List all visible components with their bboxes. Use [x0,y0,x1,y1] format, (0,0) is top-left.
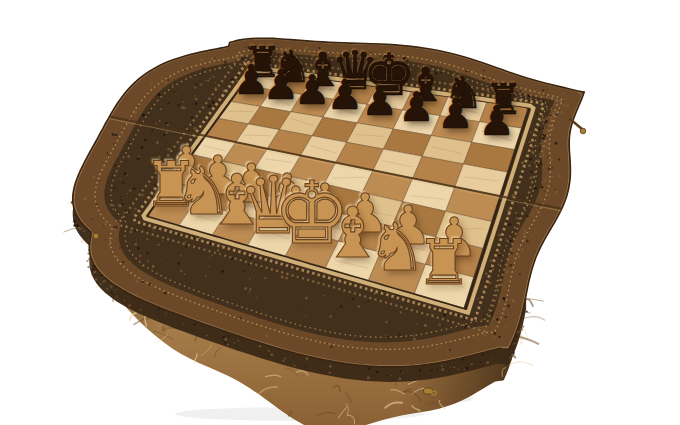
band-speckle [282,360,284,362]
frame-speckle [249,288,251,290]
frame-speckle [159,120,161,122]
frame-speckle [358,305,361,308]
band-speckle [509,357,511,359]
frame-speckle [205,275,207,277]
band-speckle [482,354,484,356]
frame-speckle [112,208,114,210]
frame-speckle [552,127,554,129]
frame-speckle [327,343,328,344]
frame-speckle [483,315,485,317]
chess-piece-black-pawn[interactable]: ♟ [327,76,363,117]
frame-speckle [541,224,542,225]
frame-speckle [214,82,216,84]
frame-speckle [555,142,558,145]
band-speckle [78,227,81,230]
chess-piece-black-pawn[interactable]: ♟ [294,70,330,111]
frame-speckle [98,174,99,175]
frame-speckle [547,89,548,90]
frame-speckle [216,72,217,73]
frame-speckle [530,131,532,133]
frame-speckle [184,107,186,109]
frame-speckle [550,158,553,161]
band-speckle [236,345,237,346]
frame-speckle [385,320,388,323]
frame-speckle [145,229,147,231]
frame-speckle [256,297,257,298]
frame-speckle [195,98,198,101]
frame-speckle [540,185,543,188]
frame-speckle [539,153,542,156]
frame-speckle [96,204,98,206]
frame-speckle [194,95,196,97]
band-speckle [399,378,402,381]
frame-speckle [166,132,168,134]
frame-speckle [542,167,544,169]
band-speckle [431,370,433,372]
chess-piece-black-pawn[interactable]: ♟ [437,94,473,135]
frame-speckle [536,209,538,211]
band-speckle [261,346,262,347]
frame-speckle [139,255,141,257]
clasp-knob[interactable] [580,128,586,134]
frame-speckle [349,344,351,346]
frame-speckle [124,172,127,175]
band-speckle [102,277,103,278]
frame-speckle [144,227,145,228]
frame-speckle [193,127,196,130]
frame-speckle [116,233,118,235]
frame-speckle [385,335,386,336]
frame-speckle [129,141,131,143]
frame-speckle [540,162,542,164]
band-speckle [387,374,389,376]
frame-speckle [552,112,554,114]
chess-piece-white-rook[interactable]: ♜ [416,232,472,295]
frame-speckle [93,176,96,179]
frame-speckle [528,100,530,102]
frame-speckle [482,289,484,291]
band-speckle [457,368,459,370]
frame-speckle [542,154,545,157]
frame-speckle [178,104,180,106]
frame-speckle [118,204,121,207]
frame-speckle [540,143,542,145]
frame-speckle [164,240,165,241]
frame-speckle [538,147,540,149]
band-speckle [228,335,230,337]
band-speckle [329,372,331,374]
frame-speckle [168,103,170,105]
frame-speckle [563,93,565,95]
frame-speckle [213,76,215,78]
frame-speckle [249,278,251,280]
frame-speckle [203,58,205,60]
frame-speckle [200,83,203,86]
band-speckle [76,224,78,226]
frame-speckle [498,299,501,302]
frame-speckle [132,117,133,118]
frame-speckle [552,176,554,178]
band-speckle [268,350,270,352]
frame-speckle [523,100,525,102]
frame-speckle [120,199,122,201]
frame-speckle [174,79,175,80]
frame-speckle [526,218,527,219]
frame-speckle [116,256,119,259]
frame-speckle [566,104,569,107]
band-speckle [73,220,76,223]
frame-speckle [114,164,116,166]
frame-speckle [476,336,477,337]
frame-speckle [550,116,553,119]
band-speckle [203,334,204,335]
frame-speckle [547,157,548,158]
frame-speckle [464,327,466,329]
frame-speckle [211,255,213,257]
chess-piece-black-pawn[interactable]: ♟ [362,82,398,123]
frame-speckle [499,255,501,257]
band-speckle [400,370,403,373]
frame-speckle [555,190,558,193]
band-speckle [450,367,451,368]
frame-speckle [442,325,443,326]
frame-speckle [121,126,123,128]
band-speckle [464,369,466,371]
frame-speckle [111,178,113,180]
frame-speckle [494,332,497,335]
frame-speckle [137,157,140,160]
band-speckle [116,289,117,290]
frame-speckle [87,195,88,196]
frame-speckle [287,335,288,336]
band-speckle [491,358,492,359]
frame-speckle [550,151,551,152]
band-speckle [471,363,473,365]
frame-speckle [161,77,163,79]
band-speckle [141,308,142,309]
band-speckle [82,228,83,229]
frame-speckle [493,337,495,339]
frame-speckle [209,257,210,258]
frame-speckle [281,275,284,278]
band-speckle [513,343,515,345]
frame-speckle [477,297,479,299]
frame-speckle [498,234,501,237]
chess-piece-black-pawn[interactable]: ♟ [398,88,434,129]
chess-piece-black-pawn[interactable]: ♟ [478,101,514,142]
frame-speckle [137,247,140,250]
frame-speckle [194,86,197,89]
band-speckle [270,353,273,356]
band-speckle [93,270,96,273]
frame-speckle [329,315,332,318]
frame-speckle [167,124,169,126]
frame-speckle [114,187,116,189]
frame-speckle [84,197,87,200]
frame-speckle [440,326,441,327]
frame-speckle [538,127,541,130]
frame-speckle [145,284,146,285]
frame-speckle [107,152,109,154]
frame-speckle [185,246,187,248]
band-speckle [106,288,108,290]
frame-speckle [144,138,147,141]
frame-speckle [491,314,493,316]
carving-stroke [521,317,544,320]
band-speckle [259,345,261,347]
frame-speckle [115,219,118,222]
frame-speckle [103,225,104,226]
frame-speckle [507,305,510,308]
band-speckle [95,274,97,276]
frame-speckle [185,241,187,243]
frame-speckle [532,213,534,215]
band-speckle [436,369,438,371]
frame-speckle [532,136,533,137]
frame-speckle [503,263,505,265]
band-speckle [224,338,227,341]
frame-speckle [545,120,548,123]
frame-speckle [184,273,186,275]
band-speckle [83,230,85,232]
frame-speckle [544,203,546,205]
frame-speckle [130,261,132,263]
frame-speckle [528,144,529,145]
frame-speckle [515,212,517,214]
frame-speckle [194,102,197,105]
frame-speckle [530,215,531,216]
frame-speckle [488,281,491,284]
frame-speckle [521,248,524,251]
frame-speckle [150,84,151,85]
band-speckle [526,310,528,312]
frame-speckle [531,235,533,237]
band-speckle [354,375,356,377]
band-speckle [110,285,112,287]
frame-speckle [115,172,116,173]
frame-speckle [205,80,207,82]
frame-speckle [398,333,401,336]
frame-speckle [186,245,187,246]
frame-speckle [567,96,568,97]
band-speckle [321,371,322,372]
frame-speckle [523,233,525,235]
frame-speckle [526,214,529,217]
frame-speckle [192,124,194,126]
band-speckle [206,334,208,336]
band-speckle [293,357,294,358]
frame-speckle [481,318,483,320]
band-speckle [329,365,332,368]
frame-speckle [530,157,531,158]
frame-speckle [278,283,279,284]
band-speckle [95,278,97,280]
band-speckle [104,280,106,282]
frame-speckle [550,114,552,116]
frame-speckle [519,225,520,226]
frame-speckle [130,231,133,234]
frame-speckle [550,108,553,111]
band-speckle [419,370,421,372]
frame-speckle [165,122,168,125]
frame-speckle [160,260,161,261]
frame-speckle [184,70,185,71]
frame-speckle [122,181,124,183]
frame-speckle [535,232,537,234]
frame-speckle [301,306,303,308]
frame-speckle [532,151,534,153]
frame-speckle [202,67,204,69]
frame-speckle [105,239,106,240]
frame-speckle [211,57,214,60]
frame-speckle [539,137,541,139]
frame-speckle [519,273,521,275]
frame-speckle [508,223,510,225]
band-speckle [284,358,286,360]
frame-speckle [126,193,128,195]
frame-speckle [340,305,343,308]
band-speckle [165,313,166,314]
frame-speckle [351,298,354,301]
frame-speckle [323,295,325,297]
frame-speckle [122,203,124,205]
frame-speckle [542,122,544,124]
frame-speckle [203,282,204,283]
frame-speckle [142,114,144,116]
front-latch[interactable] [424,388,433,394]
frame-speckle [199,237,201,239]
band-speckle [93,269,95,271]
chess-set-photo: ♜♞♝♛♚♝♞♜♟♟♟♟♟♟♟♟♟♟♟♟♟♟♟♟♜♞♝♛♚♝♞♜ chess [0,0,680,425]
frame-speckle [511,255,513,257]
band-speckle [479,361,481,363]
frame-speckle [153,230,155,232]
band-speckle [391,375,393,377]
frame-speckle [534,187,537,190]
frame-speckle [306,295,307,296]
frame-speckle [542,134,544,136]
frame-speckle [191,116,193,118]
frame-speckle [509,264,512,267]
frame-speckle [94,213,96,215]
frame-speckle [186,280,187,281]
frame-speckle [119,247,120,248]
frame-speckle [484,334,487,337]
frame-speckle [550,90,551,91]
frame-speckle [244,287,247,290]
frame-speckle [549,193,550,194]
frame-speckle [540,163,542,165]
frame-speckle [152,142,153,143]
frame-speckle [162,107,163,108]
frame-speckle [158,244,160,246]
frame-speckle [104,223,107,226]
frame-speckle [493,318,495,320]
frame-speckle [173,91,175,93]
band-speckle [86,260,88,262]
band-speckle [522,325,525,328]
frame-speckle [505,239,506,240]
frame-speckle [181,106,184,109]
band-speckle [110,291,111,292]
band-speckle [441,365,443,367]
frame-speckle [424,324,427,327]
frame-speckle [108,155,110,157]
frame-speckle [156,141,159,144]
band-speckle [367,367,370,370]
frame-speckle [249,291,251,293]
band-speckle [100,283,102,285]
band-speckle [453,366,455,368]
frame-speckle [207,80,209,82]
frame-speckle [548,195,550,197]
frame-speckle [513,257,515,259]
hinge-pin [93,233,99,239]
band-speckle [486,361,489,364]
frame-speckle [521,161,524,164]
frame-speckle [498,252,500,254]
frame-speckle [164,292,167,295]
frame-speckle [503,289,504,290]
frame-speckle [113,226,115,228]
band-speckle [234,342,235,343]
frame-speckle [523,229,526,232]
frame-speckle [528,230,530,232]
frame-speckle [542,118,544,120]
frame-speckle [221,270,224,273]
band-speckle [466,367,469,370]
frame-speckle [144,241,145,242]
frame-speckle [281,328,284,331]
frame-speckle [147,260,149,262]
frame-speckle [224,65,226,67]
frame-speckle [243,270,245,272]
frame-speckle [120,178,121,179]
frame-speckle [102,248,104,250]
frame-speckle [546,146,549,149]
frame-speckle [512,300,515,303]
frame-speckle [492,269,494,271]
band-speckle [520,328,523,331]
frame-speckle [496,318,499,321]
band-speckle [73,215,74,216]
band-speckle [101,282,102,283]
frame-speckle [92,218,93,219]
frame-speckle [96,164,97,165]
band-speckle [113,294,115,296]
frame-speckle [151,130,153,132]
frame-speckle [155,122,157,124]
frame-speckle [536,114,538,116]
frame-speckle [527,245,528,246]
frame-speckle [517,214,519,216]
frame-speckle [545,94,546,95]
frame-speckle [436,347,437,348]
frame-speckle [134,111,137,114]
band-speckle [128,304,130,306]
frame-speckle [533,228,535,230]
frame-speckle [134,243,137,246]
frame-speckle [485,272,488,275]
band-speckle [376,371,379,374]
frame-speckle [500,283,503,286]
frame-speckle [543,127,545,129]
frame-speckle [146,252,149,255]
frame-speckle [285,277,288,280]
frame-speckle [212,101,214,103]
frame-speckle [534,162,536,164]
frame-speckle [400,311,402,313]
